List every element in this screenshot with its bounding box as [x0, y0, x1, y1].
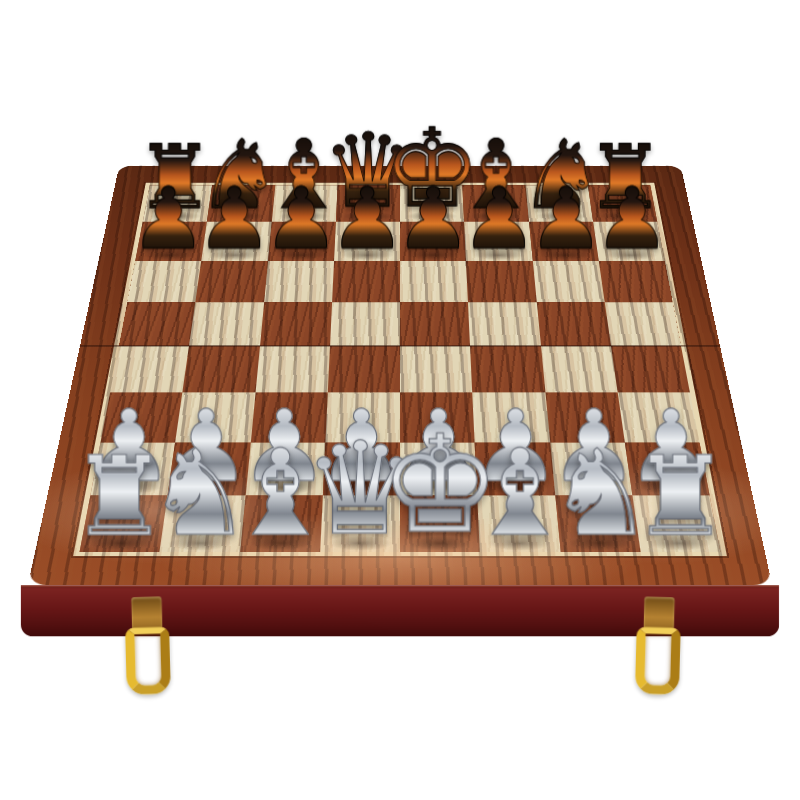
square-b7[interactable]: ♟	[201, 222, 271, 261]
square-h7[interactable]: ♟	[593, 222, 665, 261]
clasp-left	[120, 596, 176, 700]
clasp-loop-icon	[125, 626, 171, 695]
piece-black-pawn[interactable]: ♟	[329, 176, 405, 261]
fold-seam	[80, 345, 721, 347]
piece-black-pawn[interactable]: ♟	[527, 176, 603, 261]
square-f7[interactable]: ♟	[464, 222, 532, 261]
board-front-side	[21, 585, 779, 636]
square-d7[interactable]: ♟	[334, 222, 400, 261]
piece-black-pawn[interactable]: ♟	[594, 176, 670, 261]
clasp-loop-icon	[635, 626, 681, 695]
piece-black-pawn[interactable]: ♟	[197, 176, 273, 261]
piece-black-pawn[interactable]: ♟	[263, 176, 339, 261]
square-g1[interactable]: ♞	[555, 495, 641, 552]
clasp-right	[630, 596, 686, 700]
square-c7[interactable]: ♟	[268, 222, 336, 261]
square-h1[interactable]: ♜	[632, 495, 720, 552]
piece-white-rook[interactable]: ♜	[631, 442, 729, 551]
square-g7[interactable]: ♟	[529, 222, 599, 261]
piece-black-pawn[interactable]: ♟	[395, 176, 471, 261]
product-photo-stage: ♜♞♝♛♚♝♞♜♟♟♟♟♟♟♟♟♟♟♟♟♟♟♟♟♜♞♝♛♚♝♞♜	[0, 0, 800, 800]
piece-black-pawn[interactable]: ♟	[461, 176, 537, 261]
piece-black-pawn[interactable]: ♟	[130, 176, 206, 261]
chess-board: ♜♞♝♛♚♝♞♜♟♟♟♟♟♟♟♟♟♟♟♟♟♟♟♟♜♞♝♛♚♝♞♜	[28, 166, 772, 586]
square-e7[interactable]: ♟	[400, 222, 466, 261]
board-scene: ♜♞♝♛♚♝♞♜♟♟♟♟♟♟♟♟♟♟♟♟♟♟♟♟♜♞♝♛♚♝♞♜	[80, 26, 720, 666]
